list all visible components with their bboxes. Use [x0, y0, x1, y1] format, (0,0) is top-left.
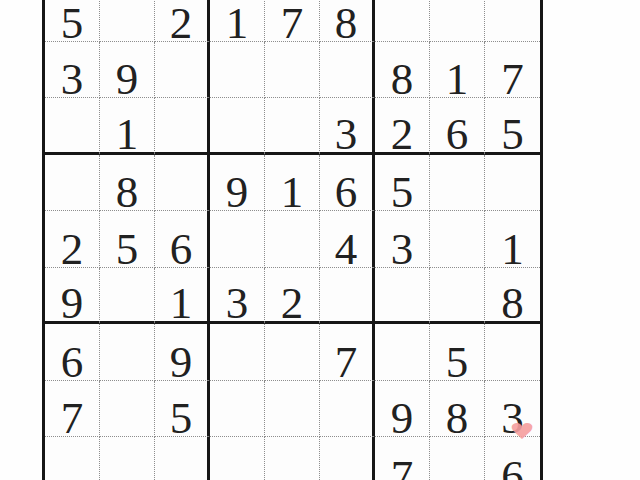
given-digit: 6: [170, 227, 193, 272]
cell-r7c1[interactable]: 6: [45, 324, 100, 381]
cell-r1c4[interactable]: 1: [210, 0, 265, 42]
given-digit: 7: [391, 454, 414, 480]
given-digit: 9: [170, 340, 193, 385]
given-digit: 7: [61, 396, 84, 441]
cell-r7c3[interactable]: 9: [155, 324, 210, 381]
cell-r7c6[interactable]: 7: [320, 324, 375, 381]
cell-r7c7[interactable]: [375, 324, 430, 381]
cell-r4c9[interactable]: [485, 155, 540, 212]
cell-r9c5[interactable]: [265, 437, 320, 480]
cell-r6c7[interactable]: [375, 268, 430, 325]
cell-r3c1[interactable]: [45, 98, 100, 155]
cell-r9c6[interactable]: [320, 437, 375, 480]
given-digit: 5: [61, 1, 84, 46]
given-digit: 3: [226, 281, 249, 326]
cell-r1c1[interactable]: 5: [45, 0, 100, 42]
given-digit: 8: [391, 57, 414, 102]
cell-r5c1[interactable]: 2: [45, 211, 100, 268]
cell-r2c8[interactable]: 1: [430, 42, 485, 99]
given-digit: 1: [116, 112, 139, 157]
cell-r3c6[interactable]: 3: [320, 98, 375, 155]
given-digit: 9: [116, 57, 139, 102]
cell-r9c7[interactable]: 7: [375, 437, 430, 480]
cell-r3c9[interactable]: 5: [485, 98, 540, 155]
cell-r1c3[interactable]: 2: [155, 0, 210, 42]
cell-r7c9[interactable]: [485, 324, 540, 381]
cell-r2c6[interactable]: [320, 42, 375, 99]
cell-r5c5[interactable]: [265, 211, 320, 268]
given-digit: 1: [226, 1, 249, 46]
cell-r8c1[interactable]: 7: [45, 381, 100, 438]
cell-r6c9[interactable]: 8: [485, 268, 540, 325]
cell-r8c9[interactable]: 3: [485, 381, 540, 438]
cell-r2c1[interactable]: 3: [45, 42, 100, 99]
cell-r4c2[interactable]: 8: [100, 155, 155, 212]
cell-r6c6[interactable]: [320, 268, 375, 325]
given-digit: 6: [335, 170, 358, 215]
cell-r4c7[interactable]: 5: [375, 155, 430, 212]
cell-r5c7[interactable]: 3: [375, 211, 430, 268]
given-digit: 1: [170, 281, 193, 326]
cell-r8c2[interactable]: [100, 381, 155, 438]
given-digit: 2: [391, 112, 414, 157]
cell-r4c6[interactable]: 6: [320, 155, 375, 212]
cell-r6c3[interactable]: 1: [155, 268, 210, 325]
cell-r9c2[interactable]: [100, 437, 155, 480]
cell-r7c8[interactable]: 5: [430, 324, 485, 381]
cell-r9c8[interactable]: [430, 437, 485, 480]
cell-r1c6[interactable]: 8: [320, 0, 375, 42]
cell-r6c5[interactable]: 2: [265, 268, 320, 325]
cell-r4c3[interactable]: [155, 155, 210, 212]
cell-r6c1[interactable]: 9: [45, 268, 100, 325]
cell-r2c5[interactable]: [265, 42, 320, 99]
given-digit: 3: [391, 227, 414, 272]
cell-r9c9[interactable]: 6: [485, 437, 540, 480]
given-digit: 1: [281, 170, 304, 215]
cell-r7c5[interactable]: [265, 324, 320, 381]
cell-r8c3[interactable]: 5: [155, 381, 210, 438]
given-digit: 5: [116, 227, 139, 272]
given-digit: 9: [391, 396, 414, 441]
given-digit: 3: [335, 112, 358, 157]
cell-r5c3[interactable]: 6: [155, 211, 210, 268]
given-digit: 7: [501, 57, 524, 102]
cell-r9c3[interactable]: [155, 437, 210, 480]
cell-r3c8[interactable]: 6: [430, 98, 485, 155]
cell-r8c7[interactable]: 9: [375, 381, 430, 438]
given-digit: 1: [446, 57, 469, 102]
cell-r5c9[interactable]: 1: [485, 211, 540, 268]
cell-r1c7[interactable]: [375, 0, 430, 42]
cell-r8c8[interactable]: 8: [430, 381, 485, 438]
given-digit: 2: [281, 281, 304, 326]
given-digit: 5: [501, 112, 524, 157]
cell-r5c2[interactable]: 5: [100, 211, 155, 268]
cell-r4c8[interactable]: [430, 155, 485, 212]
cell-r2c3[interactable]: [155, 42, 210, 99]
cell-r1c5[interactable]: 7: [265, 0, 320, 42]
given-digit: 6: [61, 340, 84, 385]
cell-r2c4[interactable]: [210, 42, 265, 99]
cell-r4c4[interactable]: 9: [210, 155, 265, 212]
given-digit: 4: [335, 227, 358, 272]
given-digit: 9: [61, 281, 84, 326]
cell-r3c5[interactable]: [265, 98, 320, 155]
cell-r9c1[interactable]: [45, 437, 100, 480]
cell-r5c6[interactable]: 4: [320, 211, 375, 268]
given-digit: 6: [501, 454, 524, 480]
cell-r1c9[interactable]: [485, 0, 540, 42]
given-digit: 9: [226, 170, 249, 215]
cell-r6c4[interactable]: 3: [210, 268, 265, 325]
given-digit: 3: [501, 396, 524, 441]
cell-r6c2[interactable]: [100, 268, 155, 325]
given-digit: 5: [391, 170, 414, 215]
cell-r8c4[interactable]: [210, 381, 265, 438]
given-digit: 8: [116, 170, 139, 215]
cell-r2c9[interactable]: 7: [485, 42, 540, 99]
cell-r3c3[interactable]: [155, 98, 210, 155]
cell-r5c4[interactable]: [210, 211, 265, 268]
given-digit: 8: [335, 1, 358, 46]
cell-r9c4[interactable]: [210, 437, 265, 480]
scanned-sudoku-page: 5217839817132658916525643191328697575983…: [0, 0, 640, 480]
given-digit: 3: [61, 57, 84, 102]
cell-r2c7[interactable]: 8: [375, 42, 430, 99]
cell-r2c2[interactable]: 9: [100, 42, 155, 99]
given-digit: 1: [501, 227, 524, 272]
given-digit: 6: [446, 112, 469, 157]
given-digit: 5: [446, 340, 469, 385]
cell-r1c8[interactable]: [430, 0, 485, 42]
given-digit: 5: [170, 396, 193, 441]
cell-r6c8[interactable]: [430, 268, 485, 325]
cell-r3c7[interactable]: 2: [375, 98, 430, 155]
given-digit: 8: [446, 396, 469, 441]
cell-r5c8[interactable]: [430, 211, 485, 268]
cell-r7c4[interactable]: [210, 324, 265, 381]
given-digit: 2: [61, 227, 84, 272]
cell-r3c2[interactable]: 1: [100, 98, 155, 155]
cell-r7c2[interactable]: [100, 324, 155, 381]
cell-r3c4[interactable]: [210, 98, 265, 155]
given-digit: 2: [170, 1, 193, 46]
cell-r8c6[interactable]: [320, 381, 375, 438]
cell-r8c5[interactable]: [265, 381, 320, 438]
given-digit: 7: [335, 340, 358, 385]
given-digit: 7: [281, 1, 304, 46]
cell-r4c5[interactable]: 1: [265, 155, 320, 212]
sudoku-board: 5217839817132658916525643191328697575983…: [42, 0, 543, 480]
cell-r4c1[interactable]: [45, 155, 100, 212]
given-digit: 8: [501, 281, 524, 326]
cell-r1c2[interactable]: [100, 0, 155, 42]
